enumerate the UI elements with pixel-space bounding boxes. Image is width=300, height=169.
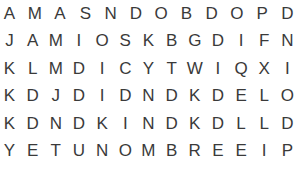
grid-row-4: KDJDIDNDKDELO (2, 83, 295, 109)
grid-cell-r6c8[interactable]: B (164, 138, 179, 164)
grid-cell-r6c10[interactable]: E (210, 138, 225, 164)
grid-cell-r5c9[interactable]: K (187, 110, 202, 136)
grid-cell-r3c12[interactable]: X (257, 55, 272, 81)
grid-cell-r1c7[interactable]: O (154, 0, 169, 26)
grid-cell-r5c8[interactable]: D (164, 110, 179, 136)
grid-cell-r2c10[interactable]: D (210, 28, 225, 54)
grid-cell-r4c12[interactable]: L (257, 83, 272, 109)
grid-cell-r6c1[interactable]: Y (2, 138, 17, 164)
grid-cell-r3c8[interactable]: T (164, 55, 179, 81)
grid-cell-r5c2[interactable]: D (25, 110, 40, 136)
grid-cell-r6c6[interactable]: O (118, 138, 133, 164)
grid-cell-r3c3[interactable]: M (48, 55, 63, 81)
grid-cell-r4c2[interactable]: D (25, 83, 40, 109)
grid-cell-r6c3[interactable]: T (48, 138, 63, 164)
grid-cell-r5c3[interactable]: N (48, 110, 63, 136)
grid-row-3: KLMDICYTWIQXI (2, 55, 295, 81)
grid-row-6: YETUNOMBREEIP (2, 138, 295, 164)
grid-cell-r1c9[interactable]: D (204, 0, 219, 26)
grid-cell-r4c3[interactable]: J (48, 83, 63, 109)
grid-cell-r3c1[interactable]: K (2, 55, 17, 81)
grid-cell-r6c9[interactable]: R (187, 138, 202, 164)
grid-cell-r2c4[interactable]: I (71, 28, 86, 54)
grid-cell-r5c5[interactable]: K (95, 110, 110, 136)
grid-cell-r3c7[interactable]: Y (141, 55, 156, 81)
grid-cell-r4c5[interactable]: I (95, 83, 110, 109)
grid-cell-r4c9[interactable]: K (187, 83, 202, 109)
grid-cell-r3c11[interactable]: Q (234, 55, 249, 81)
grid-cell-r1c11[interactable]: P (255, 0, 270, 26)
grid-cell-r6c4[interactable]: U (71, 138, 86, 164)
grid-cell-r1c1[interactable]: A (2, 0, 17, 26)
grid-cell-r3c10[interactable]: I (210, 55, 225, 81)
grid-cell-r2c8[interactable]: B (164, 28, 179, 54)
grid-cell-r2c11[interactable]: I (234, 28, 249, 54)
grid-cell-r3c13[interactable]: I (280, 55, 295, 81)
grid-cell-r3c2[interactable]: L (25, 55, 40, 81)
grid-cell-r4c13[interactable]: O (280, 83, 295, 109)
grid-cell-r2c7[interactable]: K (141, 28, 156, 54)
grid-cell-r1c4[interactable]: S (78, 0, 93, 26)
grid-cell-r6c11[interactable]: E (234, 138, 249, 164)
grid-cell-r2c2[interactable]: A (25, 28, 40, 54)
grid-cell-r1c8[interactable]: B (179, 0, 194, 26)
grid-cell-r1c6[interactable]: D (128, 0, 143, 26)
grid-cell-r5c7[interactable]: N (141, 110, 156, 136)
grid-cell-r6c12[interactable]: I (257, 138, 272, 164)
grid-cell-r1c10[interactable]: O (229, 0, 244, 26)
grid-cell-r5c6[interactable]: I (118, 110, 133, 136)
grid-cell-r4c11[interactable]: E (234, 83, 249, 109)
grid-cell-r4c7[interactable]: N (141, 83, 156, 109)
grid-cell-r3c6[interactable]: C (118, 55, 133, 81)
grid-cell-r2c3[interactable]: M (48, 28, 63, 54)
grid-cell-r5c11[interactable]: L (234, 110, 249, 136)
grid-cell-r3c5[interactable]: I (95, 55, 110, 81)
grid-cell-r4c1[interactable]: K (2, 83, 17, 109)
grid-cell-r1c5[interactable]: N (103, 0, 118, 26)
grid-cell-r5c10[interactable]: D (210, 110, 225, 136)
grid-cell-r6c5[interactable]: N (95, 138, 110, 164)
grid-cell-r1c2[interactable]: M (27, 0, 42, 26)
grid-cell-r6c7[interactable]: M (141, 138, 156, 164)
grid-cell-r1c3[interactable]: A (53, 0, 68, 26)
grid-cell-r5c4[interactable]: D (71, 110, 86, 136)
grid-cell-r4c6[interactable]: D (118, 83, 133, 109)
grid-cell-r6c13[interactable]: P (280, 138, 295, 164)
grid-row-5: KDNDKINDKDLLD (2, 110, 295, 136)
grid-cell-r4c8[interactable]: D (164, 83, 179, 109)
grid-cell-r1c12[interactable]: D (280, 0, 295, 26)
grid-cell-r3c9[interactable]: W (187, 55, 202, 81)
word-search-grid: AMASNDOBDOPDJAMIOSKBGDIFNKLMDICYTWIQXIKD… (0, 0, 300, 169)
grid-cell-r2c5[interactable]: O (95, 28, 110, 54)
grid-cell-r6c2[interactable]: E (25, 138, 40, 164)
grid-cell-r2c9[interactable]: G (187, 28, 202, 54)
grid-row-1: AMASNDOBDOPD (2, 0, 295, 26)
grid-cell-r5c1[interactable]: K (2, 110, 17, 136)
grid-cell-r5c13[interactable]: D (280, 110, 295, 136)
grid-cell-r2c6[interactable]: S (118, 28, 133, 54)
grid-cell-r4c10[interactable]: D (210, 83, 225, 109)
grid-cell-r2c13[interactable]: N (280, 28, 295, 54)
grid-cell-r4c4[interactable]: D (71, 83, 86, 109)
grid-cell-r3c4[interactable]: D (71, 55, 86, 81)
grid-row-2: JAMIOSKBGDIFN (2, 28, 295, 54)
grid-cell-r5c12[interactable]: L (257, 110, 272, 136)
grid-cell-r2c12[interactable]: F (257, 28, 272, 54)
grid-cell-r2c1[interactable]: J (2, 28, 17, 54)
